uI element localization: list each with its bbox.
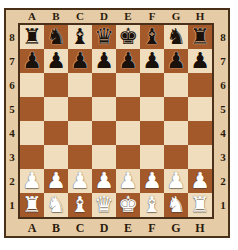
white-pawn-d2: ♟ [92, 169, 116, 193]
white-bishop-f1: ♝ [140, 193, 164, 217]
black-pawn-b7: ♟ [44, 49, 68, 73]
file-label-bottom-e: E [116, 220, 140, 236]
square-g7[interactable]: ♟ [164, 49, 188, 73]
square-e6[interactable] [116, 73, 140, 97]
square-a2[interactable]: ♟ [20, 169, 44, 193]
square-b6[interactable] [44, 73, 68, 97]
black-pawn-f7: ♟ [140, 49, 164, 73]
white-pawn-g2: ♟ [164, 169, 188, 193]
square-h1[interactable]: ♜ [188, 193, 212, 217]
square-g8[interactable]: ♞ [164, 25, 188, 49]
square-f5[interactable] [140, 97, 164, 121]
square-d2[interactable]: ♟ [92, 169, 116, 193]
square-a6[interactable] [20, 73, 44, 97]
square-g2[interactable]: ♟ [164, 169, 188, 193]
file-label-bottom-b: B [44, 220, 68, 236]
rank-label-left-3: 3 [6, 145, 18, 169]
square-g3[interactable] [164, 145, 188, 169]
square-f6[interactable] [140, 73, 164, 97]
rank-label-right-3: 3 [216, 145, 230, 169]
black-queen-d8: ♛ [92, 25, 116, 49]
white-rook-h1: ♜ [188, 193, 212, 217]
square-d6[interactable] [92, 73, 116, 97]
square-a8[interactable]: ♜ [20, 25, 44, 49]
square-e7[interactable]: ♟ [116, 49, 140, 73]
square-g1[interactable]: ♞ [164, 193, 188, 217]
rank-label-left-6: 6 [6, 73, 18, 97]
rank-label-left-7: 7 [6, 49, 18, 73]
square-c6[interactable] [68, 73, 92, 97]
black-bishop-c8: ♝ [68, 25, 92, 49]
square-f2[interactable]: ♟ [140, 169, 164, 193]
square-f3[interactable] [140, 145, 164, 169]
black-pawn-h7: ♟ [188, 49, 212, 73]
white-pawn-c2: ♟ [68, 169, 92, 193]
square-h6[interactable] [188, 73, 212, 97]
square-b7[interactable]: ♟ [44, 49, 68, 73]
file-label-top-e: E [116, 9, 140, 22]
square-d4[interactable] [92, 121, 116, 145]
white-knight-g1: ♞ [164, 193, 188, 217]
square-b3[interactable] [44, 145, 68, 169]
square-h3[interactable] [188, 145, 212, 169]
square-b8[interactable]: ♞ [44, 25, 68, 49]
square-a1[interactable]: ♜ [20, 193, 44, 217]
rank-label-left-4: 4 [6, 121, 18, 145]
file-label-bottom-a: A [20, 220, 44, 236]
square-f1[interactable]: ♝ [140, 193, 164, 217]
square-a5[interactable] [20, 97, 44, 121]
square-e1[interactable]: ♚ [116, 193, 140, 217]
file-label-top-c: C [68, 9, 92, 22]
file-label-top-d: D [92, 9, 116, 22]
black-rook-a8: ♜ [20, 25, 44, 49]
square-b1[interactable]: ♞ [44, 193, 68, 217]
file-label-bottom-c: C [68, 220, 92, 236]
rank-label-right-2: 2 [216, 169, 230, 193]
square-c3[interactable] [68, 145, 92, 169]
board-grid: ♜♞♝♛♚♝♞♜♟♟♟♟♟♟♟♟♟♟♟♟♟♟♟♟♜♞♝♛♚♝♞♜ [18, 23, 214, 219]
file-label-top-g: G [164, 9, 188, 22]
square-a3[interactable] [20, 145, 44, 169]
square-g4[interactable] [164, 121, 188, 145]
black-pawn-a7: ♟ [20, 49, 44, 73]
square-b2[interactable]: ♟ [44, 169, 68, 193]
file-label-bottom-d: D [92, 220, 116, 236]
square-h8[interactable]: ♜ [188, 25, 212, 49]
black-pawn-d7: ♟ [92, 49, 116, 73]
square-a7[interactable]: ♟ [20, 49, 44, 73]
file-label-bottom-g: G [164, 220, 188, 236]
black-knight-g8: ♞ [164, 25, 188, 49]
file-label-bottom-h: H [188, 220, 212, 236]
square-c5[interactable] [68, 97, 92, 121]
white-queen-d1: ♛ [92, 193, 116, 217]
rank-label-left-5: 5 [6, 97, 18, 121]
black-pawn-g7: ♟ [164, 49, 188, 73]
rank-label-left-8: 8 [6, 25, 18, 49]
square-b5[interactable] [44, 97, 68, 121]
white-knight-b1: ♞ [44, 193, 68, 217]
rank-label-left-1: 1 [6, 193, 18, 217]
black-bishop-f8: ♝ [140, 25, 164, 49]
square-h7[interactable]: ♟ [188, 49, 212, 73]
white-pawn-b2: ♟ [44, 169, 68, 193]
square-f4[interactable] [140, 121, 164, 145]
file-label-top-f: F [140, 9, 164, 22]
white-pawn-h2: ♟ [188, 169, 212, 193]
square-e5[interactable] [116, 97, 140, 121]
square-b4[interactable] [44, 121, 68, 145]
square-c2[interactable]: ♟ [68, 169, 92, 193]
square-g6[interactable] [164, 73, 188, 97]
square-h2[interactable]: ♟ [188, 169, 212, 193]
file-label-top-h: H [188, 9, 212, 22]
square-d5[interactable] [92, 97, 116, 121]
rank-labels-right: 87654321 [216, 25, 230, 217]
chess-board: ABCDEFGH 87654321 ♜♞♝♛♚♝♞♜♟♟♟♟♟♟♟♟♟♟♟♟♟♟… [4, 8, 230, 238]
square-c8[interactable]: ♝ [68, 25, 92, 49]
file-label-top-b: B [44, 9, 68, 22]
rank-label-right-6: 6 [216, 73, 230, 97]
black-rook-h8: ♜ [188, 25, 212, 49]
rank-label-left-2: 2 [6, 169, 18, 193]
square-h4[interactable] [188, 121, 212, 145]
black-pawn-c7: ♟ [68, 49, 92, 73]
rank-label-right-4: 4 [216, 121, 230, 145]
file-labels-bottom: ABCDEFGH [20, 220, 212, 236]
square-e4[interactable] [116, 121, 140, 145]
white-king-e1: ♚ [116, 193, 140, 217]
square-d7[interactable]: ♟ [92, 49, 116, 73]
rank-label-right-8: 8 [216, 25, 230, 49]
black-pawn-e7: ♟ [116, 49, 140, 73]
white-bishop-c1: ♝ [68, 193, 92, 217]
square-h5[interactable] [188, 97, 212, 121]
square-d3[interactable] [92, 145, 116, 169]
square-a4[interactable] [20, 121, 44, 145]
file-labels-top: ABCDEFGH [20, 9, 212, 22]
rank-label-right-1: 1 [216, 193, 230, 217]
white-pawn-e2: ♟ [116, 169, 140, 193]
black-king-e8: ♚ [116, 25, 140, 49]
square-c1[interactable]: ♝ [68, 193, 92, 217]
white-rook-a1: ♜ [20, 193, 44, 217]
page-background: { "game": "chess", "position": { "fen": … [0, 0, 238, 250]
rank-labels-left: 87654321 [6, 25, 18, 217]
rank-label-right-7: 7 [216, 49, 230, 73]
square-c7[interactable]: ♟ [68, 49, 92, 73]
black-knight-b8: ♞ [44, 25, 68, 49]
square-e2[interactable]: ♟ [116, 169, 140, 193]
file-label-bottom-f: F [140, 220, 164, 236]
square-c4[interactable] [68, 121, 92, 145]
square-g5[interactable] [164, 97, 188, 121]
square-d8[interactable]: ♛ [92, 25, 116, 49]
square-f7[interactable]: ♟ [140, 49, 164, 73]
white-pawn-f2: ♟ [140, 169, 164, 193]
square-d1[interactable]: ♛ [92, 193, 116, 217]
square-e3[interactable] [116, 145, 140, 169]
white-pawn-a2: ♟ [20, 169, 44, 193]
square-e8[interactable]: ♚ [116, 25, 140, 49]
rank-label-right-5: 5 [216, 97, 230, 121]
file-label-top-a: A [20, 9, 44, 22]
square-f8[interactable]: ♝ [140, 25, 164, 49]
